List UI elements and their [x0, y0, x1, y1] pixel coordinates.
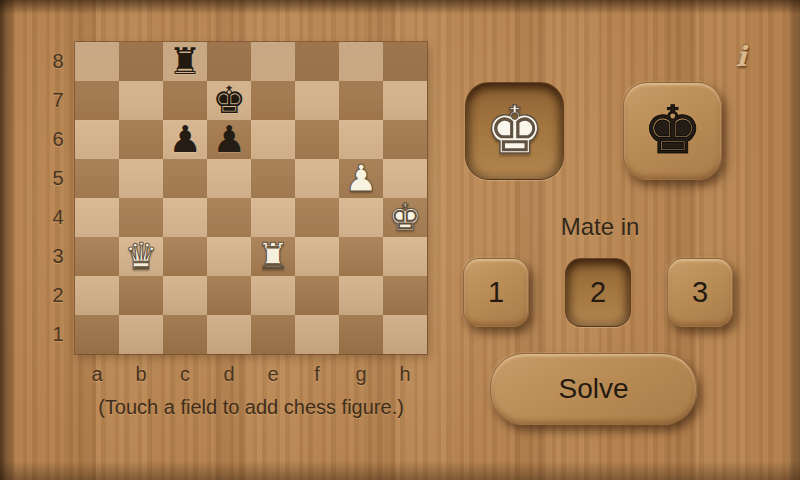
rank-label-1: 1 — [45, 315, 71, 354]
square-h1[interactable] — [383, 315, 427, 354]
rank-label-8: 8 — [45, 42, 71, 81]
rank-label-5: 5 — [45, 159, 71, 198]
file-label-e: e — [251, 363, 295, 386]
square-e6[interactable] — [251, 120, 295, 159]
square-a1[interactable] — [75, 315, 119, 354]
square-c1[interactable] — [163, 315, 207, 354]
square-g7[interactable] — [339, 81, 383, 120]
rank-label-4: 4 — [45, 198, 71, 237]
square-h3[interactable] — [383, 237, 427, 276]
square-h6[interactable] — [383, 120, 427, 159]
square-g2[interactable] — [339, 276, 383, 315]
square-c2[interactable] — [163, 276, 207, 315]
square-d1[interactable] — [207, 315, 251, 354]
black-pawn: ♟ — [212, 120, 245, 159]
board-caption: (Touch a field to add chess figure.) — [63, 396, 439, 419]
square-c6[interactable]: ♟ — [163, 120, 207, 159]
square-d8[interactable] — [207, 42, 251, 81]
square-b5[interactable] — [119, 159, 163, 198]
square-g1[interactable] — [339, 315, 383, 354]
mate-in-3-button[interactable]: 3 — [667, 258, 733, 327]
file-label-d: d — [207, 363, 251, 386]
square-d5[interactable] — [207, 159, 251, 198]
rank-labels: 87654321 — [45, 42, 71, 354]
mate-in-2-button[interactable]: 2 — [565, 258, 631, 327]
rank-label-2: 2 — [45, 276, 71, 315]
black-pawn: ♟ — [168, 120, 201, 159]
rank-label-7: 7 — [45, 81, 71, 120]
square-b8[interactable] — [119, 42, 163, 81]
square-b6[interactable] — [119, 120, 163, 159]
black-side-button[interactable]: ♚ — [623, 82, 722, 180]
square-f3[interactable] — [295, 237, 339, 276]
white-queen: ♛ — [124, 237, 157, 276]
mate-in-1-button[interactable]: 1 — [463, 258, 529, 327]
square-c8[interactable]: ♜ — [163, 42, 207, 81]
rank-label-3: 3 — [45, 237, 71, 276]
square-f6[interactable] — [295, 120, 339, 159]
black-rook: ♜ — [168, 42, 201, 81]
square-f7[interactable] — [295, 81, 339, 120]
black-king: ♚ — [212, 81, 245, 120]
square-g3[interactable] — [339, 237, 383, 276]
white-king-icon: ♚ — [485, 83, 544, 179]
square-b7[interactable] — [119, 81, 163, 120]
square-f1[interactable] — [295, 315, 339, 354]
square-e7[interactable] — [251, 81, 295, 120]
square-b1[interactable] — [119, 315, 163, 354]
square-h8[interactable] — [383, 42, 427, 81]
square-g6[interactable] — [339, 120, 383, 159]
solve-button[interactable]: Solve — [490, 353, 697, 425]
square-f8[interactable] — [295, 42, 339, 81]
square-b3[interactable]: ♛ — [119, 237, 163, 276]
square-g4[interactable] — [339, 198, 383, 237]
square-c5[interactable] — [163, 159, 207, 198]
square-a2[interactable] — [75, 276, 119, 315]
square-h2[interactable] — [383, 276, 427, 315]
square-f4[interactable] — [295, 198, 339, 237]
square-e3[interactable]: ♜ — [251, 237, 295, 276]
file-label-a: a — [75, 363, 119, 386]
square-e5[interactable] — [251, 159, 295, 198]
square-a8[interactable] — [75, 42, 119, 81]
square-a5[interactable] — [75, 159, 119, 198]
square-c4[interactable] — [163, 198, 207, 237]
info-icon[interactable]: i — [726, 40, 756, 76]
square-a4[interactable] — [75, 198, 119, 237]
square-a3[interactable] — [75, 237, 119, 276]
square-h7[interactable] — [383, 81, 427, 120]
square-d2[interactable] — [207, 276, 251, 315]
square-f5[interactable] — [295, 159, 339, 198]
chess-board: ♜♚♟♟♟♚♛♜ — [75, 42, 427, 354]
square-g8[interactable] — [339, 42, 383, 81]
file-label-b: b — [119, 363, 163, 386]
square-e1[interactable] — [251, 315, 295, 354]
square-h5[interactable] — [383, 159, 427, 198]
white-rook: ♜ — [256, 237, 289, 276]
square-a6[interactable] — [75, 120, 119, 159]
square-f2[interactable] — [295, 276, 339, 315]
square-g5[interactable]: ♟ — [339, 159, 383, 198]
square-d6[interactable]: ♟ — [207, 120, 251, 159]
rank-label-6: 6 — [45, 120, 71, 159]
square-c3[interactable] — [163, 237, 207, 276]
mate-in-label: Mate in — [440, 213, 760, 241]
file-label-c: c — [163, 363, 207, 386]
square-d4[interactable] — [207, 198, 251, 237]
file-label-g: g — [339, 363, 383, 386]
app-background: 87654321 ♜♚♟♟♟♚♛♜ abcdefgh (Touch a fiel… — [0, 0, 800, 480]
white-side-button[interactable]: ♚ — [465, 82, 564, 180]
white-king: ♚ — [388, 198, 421, 237]
square-e4[interactable] — [251, 198, 295, 237]
square-a7[interactable] — [75, 81, 119, 120]
square-b4[interactable] — [119, 198, 163, 237]
file-labels: abcdefgh — [75, 363, 427, 386]
square-e8[interactable] — [251, 42, 295, 81]
white-pawn: ♟ — [344, 159, 377, 198]
file-label-h: h — [383, 363, 427, 386]
file-label-f: f — [295, 363, 339, 386]
square-e2[interactable] — [251, 276, 295, 315]
square-b2[interactable] — [119, 276, 163, 315]
square-d3[interactable] — [207, 237, 251, 276]
black-king-icon: ♚ — [643, 83, 702, 179]
square-d7[interactable]: ♚ — [207, 81, 251, 120]
square-h4[interactable]: ♚ — [383, 198, 427, 237]
square-c7[interactable] — [163, 81, 207, 120]
